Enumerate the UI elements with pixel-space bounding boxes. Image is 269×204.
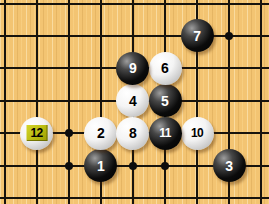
- grid-line-horizontal: [0, 197, 269, 199]
- move-number: 4: [129, 94, 137, 108]
- go-stone-move-5-black[interactable]: 5: [149, 84, 182, 117]
- grid-line-vertical: [36, 0, 38, 204]
- move-number: 2: [97, 126, 105, 140]
- grid-line-vertical: [68, 0, 70, 204]
- go-stone-move-10-white[interactable]: 10: [181, 117, 214, 150]
- grid-line-vertical: [260, 0, 262, 204]
- move-number: 6: [161, 61, 169, 75]
- last-move-highlight: 12: [26, 125, 47, 141]
- move-number: 9: [129, 61, 137, 75]
- go-stone-move-8-white[interactable]: 8: [116, 117, 149, 150]
- move-number: 12: [30, 127, 42, 139]
- grid-line-horizontal: [0, 3, 269, 5]
- marker-dot: [65, 162, 73, 170]
- move-number: 3: [225, 159, 233, 173]
- marker-dot: [129, 162, 137, 170]
- go-stone-move-11-black[interactable]: 11: [149, 117, 182, 150]
- go-stone-move-9-black[interactable]: 9: [116, 52, 149, 85]
- go-stone-move-1-black[interactable]: 1: [84, 149, 117, 182]
- marker-dot: [161, 162, 169, 170]
- move-number: 5: [161, 94, 169, 108]
- move-number: 8: [129, 126, 137, 140]
- go-stone-move-3-black[interactable]: 3: [213, 149, 246, 182]
- move-number: 11: [159, 127, 171, 139]
- go-stone-move-7-black[interactable]: 7: [181, 19, 214, 52]
- go-stone-move-2-white[interactable]: 2: [84, 117, 117, 150]
- move-number: 1: [97, 159, 105, 173]
- go-stone-move-4-white[interactable]: 4: [116, 84, 149, 117]
- go-stone-move-12-white[interactable]: 12: [20, 117, 53, 150]
- move-number: 10: [191, 127, 203, 139]
- marker-dot: [225, 32, 233, 40]
- move-number: 7: [193, 29, 201, 43]
- marker-dot: [65, 129, 73, 137]
- grid-line-vertical: [4, 0, 6, 204]
- go-board[interactable]: 123456789101112: [0, 0, 269, 204]
- go-stone-move-6-white[interactable]: 6: [149, 52, 182, 85]
